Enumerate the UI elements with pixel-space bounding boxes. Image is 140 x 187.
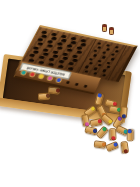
rail-peg-teal [21, 71, 27, 76]
guess-hole [43, 48, 49, 52]
guess-hole [42, 52, 48, 56]
score-hole [93, 50, 97, 53]
guess-hole [56, 47, 62, 51]
guess-hole [58, 60, 64, 64]
guess-hole [68, 67, 74, 71]
score-hole [102, 69, 106, 72]
code-peg-brown [38, 93, 50, 100]
guess-hole [58, 64, 64, 68]
peg-tip-purple [117, 116, 122, 121]
guess-hole [72, 54, 78, 58]
guess-hole [37, 38, 43, 42]
guess-hole [51, 32, 57, 36]
code-peg-red [89, 118, 102, 127]
score-hole [106, 62, 110, 65]
product-photo: MASTER LOGIC COLOR [0, 0, 140, 187]
peg-tip-maroon [56, 88, 60, 92]
guess-hole [61, 34, 67, 38]
score-hole [85, 66, 89, 69]
score-hole [98, 64, 102, 67]
rail-hole [66, 81, 70, 85]
guess-hole [52, 54, 58, 58]
guess-hole [29, 54, 35, 58]
guess-hole [57, 42, 63, 46]
score-hole [85, 70, 89, 73]
guess-hole [62, 52, 68, 56]
guess-hole [48, 62, 54, 66]
score-hole [93, 68, 97, 71]
guess-hole [48, 58, 54, 62]
peg-tip-maroon [124, 149, 128, 153]
guess-hole [62, 57, 68, 61]
guess-hole [47, 45, 53, 49]
guess-hole [33, 46, 39, 50]
score-hole [106, 44, 110, 47]
peg-tip-red [97, 119, 102, 124]
score-hole [106, 66, 110, 69]
guess-hole [66, 44, 72, 48]
code-peg-blue [127, 129, 134, 141]
rail-peg-yellow [38, 74, 44, 79]
score-hole [93, 72, 97, 75]
peg-tip-yellow [107, 119, 112, 124]
peg-tip-green [102, 127, 107, 132]
guess-hole [80, 38, 86, 42]
score-hole [98, 60, 102, 63]
guess-hole [38, 60, 44, 64]
guess-hole [51, 37, 57, 41]
guess-hole [70, 41, 76, 45]
corner-peg [102, 24, 107, 32]
guess-hole [41, 35, 47, 39]
code-peg-blue [105, 141, 119, 152]
peg-tip-red [111, 136, 115, 140]
peg-tip-yellow [90, 106, 95, 111]
rail-peg-red [30, 72, 36, 77]
rail-hole [75, 83, 79, 87]
score-hole [115, 46, 119, 49]
score-hole [93, 54, 97, 57]
score-hole [102, 52, 106, 55]
score-hole [102, 74, 106, 77]
guess-hole [68, 62, 74, 66]
score-hole [89, 58, 93, 61]
guess-hole [38, 56, 44, 60]
rail-hole [83, 85, 87, 89]
guess-hole [52, 50, 58, 54]
guess-hole [76, 46, 82, 50]
rail-peg-blue [56, 78, 62, 83]
code-peg-orange [94, 140, 107, 148]
code-peg-green [96, 126, 109, 139]
guess-hole [66, 49, 72, 53]
score-hole [89, 62, 93, 65]
score-hole [97, 46, 101, 49]
peg-tip-blue [128, 130, 132, 134]
guess-hole [71, 36, 77, 40]
guess-hole [76, 51, 82, 55]
peg-tip-blue [97, 93, 102, 98]
peg-tip-blue [113, 142, 118, 147]
guess-hole [33, 50, 39, 54]
guess-hole [41, 30, 47, 34]
guess-hole [28, 58, 34, 62]
rail-peg-magenta [47, 76, 53, 81]
guess-hole [72, 59, 78, 63]
guess-hole [61, 39, 67, 43]
guess-hole [80, 43, 86, 47]
score-hole [106, 48, 110, 51]
code-peg-maroon [121, 141, 129, 154]
corner-peg [109, 27, 114, 35]
guess-hole [37, 42, 43, 46]
score-hole [111, 58, 115, 61]
guess-hole [47, 40, 53, 44]
peg-tip-brown [46, 94, 50, 98]
score-hole [97, 42, 101, 45]
score-hole [115, 50, 119, 53]
score-hole [111, 54, 115, 57]
score-hole [102, 56, 106, 59]
